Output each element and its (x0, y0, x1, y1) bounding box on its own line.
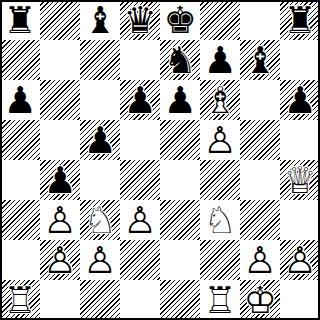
white-knight-piece[interactable]: ♞♘ (200, 200, 240, 240)
square-e5[interactable] (160, 120, 200, 160)
square-d8[interactable]: ♛♛ (120, 0, 160, 40)
black-pawn-piece[interactable]: ♟♟ (200, 40, 240, 80)
black-pawn-piece[interactable]: ♟♟ (0, 80, 40, 120)
square-e7[interactable]: ♞♞ (160, 40, 200, 80)
square-d6[interactable]: ♟♟ (120, 80, 160, 120)
square-d5[interactable] (120, 120, 160, 160)
square-d7[interactable] (120, 40, 160, 80)
square-b5[interactable] (40, 120, 80, 160)
black-pawn-glyph: ♟ (120, 80, 160, 120)
black-king-piece[interactable]: ♚♚ (160, 0, 200, 40)
square-f3[interactable]: ♞♘ (200, 200, 240, 240)
white-knight-glyph: ♘ (80, 200, 120, 240)
white-pawn-piece[interactable]: ♟♙ (80, 240, 120, 280)
square-a8[interactable]: ♜♜ (0, 0, 40, 40)
chess-board: ♜♜♝♝♛♛♚♚♜♜♞♞♟♟♝♝♟♟♟♟♟♟♝♗♟♟♟♟♟♙♟♟♛♕♟♙♞♘♟♙… (0, 0, 320, 320)
square-a4[interactable] (0, 160, 40, 200)
square-b4[interactable]: ♟♟ (40, 160, 80, 200)
square-h5[interactable] (280, 120, 320, 160)
black-pawn-piece[interactable]: ♟♟ (280, 80, 320, 120)
white-bishop-glyph: ♗ (200, 80, 240, 120)
square-h7[interactable] (280, 40, 320, 80)
white-rook-glyph: ♖ (200, 280, 240, 320)
square-f6[interactable]: ♝♗ (200, 80, 240, 120)
black-bishop-piece[interactable]: ♝♝ (80, 0, 120, 40)
square-a7[interactable] (0, 40, 40, 80)
square-g1[interactable]: ♚♔ (240, 280, 280, 320)
square-a1[interactable]: ♜♖ (0, 280, 40, 320)
white-queen-glyph: ♕ (280, 160, 320, 200)
black-rook-piece[interactable]: ♜♜ (280, 0, 320, 40)
square-d2[interactable] (120, 240, 160, 280)
white-queen-piece[interactable]: ♛♕ (280, 160, 320, 200)
square-c1[interactable] (80, 280, 120, 320)
white-pawn-piece[interactable]: ♟♙ (280, 240, 320, 280)
white-pawn-glyph: ♙ (280, 240, 320, 280)
square-d3[interactable]: ♟♙ (120, 200, 160, 240)
black-bishop-piece[interactable]: ♝♝ (240, 40, 280, 80)
black-pawn-piece[interactable]: ♟♟ (160, 80, 200, 120)
white-pawn-glyph: ♙ (40, 200, 80, 240)
square-b6[interactable] (40, 80, 80, 120)
square-e2[interactable] (160, 240, 200, 280)
black-pawn-piece[interactable]: ♟♟ (120, 80, 160, 120)
white-pawn-glyph: ♙ (80, 240, 120, 280)
black-pawn-glyph: ♟ (200, 40, 240, 80)
square-a2[interactable] (0, 240, 40, 280)
white-pawn-piece[interactable]: ♟♙ (40, 200, 80, 240)
square-d4[interactable] (120, 160, 160, 200)
square-e4[interactable] (160, 160, 200, 200)
white-pawn-piece[interactable]: ♟♙ (120, 200, 160, 240)
square-e3[interactable] (160, 200, 200, 240)
white-pawn-piece[interactable]: ♟♙ (240, 240, 280, 280)
square-h6[interactable]: ♟♟ (280, 80, 320, 120)
square-b7[interactable] (40, 40, 80, 80)
white-pawn-piece[interactable]: ♟♙ (200, 120, 240, 160)
square-g8[interactable] (240, 0, 280, 40)
white-pawn-glyph: ♙ (40, 240, 80, 280)
square-b2[interactable]: ♟♙ (40, 240, 80, 280)
square-f5[interactable]: ♟♙ (200, 120, 240, 160)
black-rook-glyph: ♜ (0, 0, 40, 40)
black-rook-piece[interactable]: ♜♜ (0, 0, 40, 40)
white-pawn-glyph: ♙ (120, 200, 160, 240)
square-a5[interactable] (0, 120, 40, 160)
black-knight-piece[interactable]: ♞♞ (160, 40, 200, 80)
white-pawn-glyph: ♙ (240, 240, 280, 280)
square-f8[interactable] (200, 0, 240, 40)
black-rook-glyph: ♜ (280, 0, 320, 40)
black-bishop-glyph: ♝ (80, 0, 120, 40)
black-pawn-piece[interactable]: ♟♟ (80, 120, 120, 160)
square-c3[interactable]: ♞♘ (80, 200, 120, 240)
square-g7[interactable]: ♝♝ (240, 40, 280, 80)
black-pawn-glyph: ♟ (40, 160, 80, 200)
square-h8[interactable]: ♜♜ (280, 0, 320, 40)
square-d1[interactable] (120, 280, 160, 320)
black-pawn-glyph: ♟ (0, 80, 40, 120)
square-e6[interactable]: ♟♟ (160, 80, 200, 120)
square-e8[interactable]: ♚♚ (160, 0, 200, 40)
square-b1[interactable] (40, 280, 80, 320)
square-c6[interactable] (80, 80, 120, 120)
square-e1[interactable] (160, 280, 200, 320)
square-b8[interactable] (40, 0, 80, 40)
square-c8[interactable]: ♝♝ (80, 0, 120, 40)
square-h3[interactable] (280, 200, 320, 240)
white-king-piece[interactable]: ♚♔ (240, 280, 280, 320)
black-pawn-glyph: ♟ (160, 80, 200, 120)
black-queen-glyph: ♛ (120, 0, 160, 40)
square-h1[interactable] (280, 280, 320, 320)
white-rook-glyph: ♖ (0, 280, 40, 320)
white-pawn-glyph: ♙ (200, 120, 240, 160)
white-pawn-piece[interactable]: ♟♙ (40, 240, 80, 280)
square-a6[interactable]: ♟♟ (0, 80, 40, 120)
black-pawn-glyph: ♟ (80, 120, 120, 160)
black-pawn-glyph: ♟ (280, 80, 320, 120)
black-queen-piece[interactable]: ♛♛ (120, 0, 160, 40)
square-b3[interactable]: ♟♙ (40, 200, 80, 240)
square-g4[interactable] (240, 160, 280, 200)
white-rook-piece[interactable]: ♜♖ (0, 280, 40, 320)
square-c7[interactable] (80, 40, 120, 80)
square-h4[interactable]: ♛♕ (280, 160, 320, 200)
white-bishop-piece[interactable]: ♝♗ (200, 80, 240, 120)
square-c2[interactable]: ♟♙ (80, 240, 120, 280)
square-c4[interactable] (80, 160, 120, 200)
white-knight-glyph: ♘ (200, 200, 240, 240)
square-f2[interactable] (200, 240, 240, 280)
white-rook-piece[interactable]: ♜♖ (200, 280, 240, 320)
black-bishop-glyph: ♝ (240, 40, 280, 80)
square-g3[interactable] (240, 200, 280, 240)
black-knight-glyph: ♞ (160, 40, 200, 80)
white-king-glyph: ♔ (240, 280, 280, 320)
square-c5[interactable]: ♟♟ (80, 120, 120, 160)
square-f1[interactable]: ♜♖ (200, 280, 240, 320)
white-knight-piece[interactable]: ♞♘ (80, 200, 120, 240)
square-f4[interactable] (200, 160, 240, 200)
square-g5[interactable] (240, 120, 280, 160)
black-pawn-piece[interactable]: ♟♟ (40, 160, 80, 200)
square-f7[interactable]: ♟♟ (200, 40, 240, 80)
square-a3[interactable] (0, 200, 40, 240)
square-g6[interactable] (240, 80, 280, 120)
square-h2[interactable]: ♟♙ (280, 240, 320, 280)
square-g2[interactable]: ♟♙ (240, 240, 280, 280)
black-king-glyph: ♚ (160, 0, 200, 40)
